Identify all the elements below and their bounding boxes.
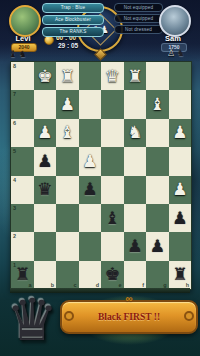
piece-bP[interactable]: ♟ — [146, 232, 169, 260]
square-a7[interactable]: 7 — [11, 90, 34, 118]
square-b7[interactable] — [34, 90, 57, 118]
square-e7[interactable] — [101, 90, 124, 118]
square-c4[interactable] — [56, 176, 79, 204]
equipment-slot-left-1[interactable]: Trap : Blue — [42, 3, 104, 13]
rank-label: 3 — [13, 205, 16, 211]
piece-wK[interactable]: ♚ — [34, 62, 57, 90]
square-e1[interactable]: e♚ — [101, 261, 124, 289]
player-name-left: Levi — [7, 34, 39, 43]
square-f4[interactable] — [124, 176, 147, 204]
piece-wR[interactable]: ♜ — [56, 62, 79, 90]
piece-wB[interactable]: ♝ — [56, 119, 79, 147]
square-g6[interactable] — [146, 119, 169, 147]
turn-banner: ∞ Black FIRST !! — [60, 300, 198, 334]
captured-tray-left: ♝♞ — [9, 49, 27, 59]
square-b6[interactable]: ♟ — [34, 119, 57, 147]
piece-bP[interactable]: ♟ — [34, 147, 57, 175]
piece-bR[interactable]: ♜ — [169, 261, 192, 289]
square-a4[interactable]: 4 — [11, 176, 34, 204]
piece-wR[interactable]: ♜ — [124, 62, 147, 90]
avatar-left[interactable] — [9, 5, 41, 37]
square-d1[interactable]: d — [79, 261, 102, 289]
square-b2[interactable] — [34, 232, 57, 260]
square-b3[interactable] — [34, 204, 57, 232]
clock-sub-time: 29 : 05 — [58, 42, 78, 49]
piece-wN[interactable]: ♞ — [124, 119, 147, 147]
rank-label: 4 — [13, 177, 16, 183]
captured-piece-icon: ♞ — [177, 48, 185, 58]
rank-label: 5 — [13, 148, 16, 154]
square-e5[interactable] — [101, 147, 124, 175]
rank-label: 2 — [13, 233, 16, 239]
piece-wP[interactable]: ♟ — [169, 119, 192, 147]
equipment-slot-left-2[interactable]: Ace Blockbuster — [42, 15, 104, 25]
square-d5[interactable]: ♟ — [79, 147, 102, 175]
equipment-slot-right-2[interactable]: Not equipped — [114, 14, 163, 23]
player-name-right: Sam — [157, 34, 189, 43]
equipment-slot-left-3[interactable]: The RANKS — [42, 27, 104, 37]
equipment-list-left: Trap : Blue Ace Blockbuster The RANKS — [42, 3, 104, 39]
square-h3[interactable]: ♟ — [169, 204, 192, 232]
square-f6[interactable]: ♞ — [124, 119, 147, 147]
square-h4[interactable]: ♟ — [169, 176, 192, 204]
square-e8[interactable]: ♛ — [101, 62, 124, 90]
square-f2[interactable]: ♟ — [124, 232, 147, 260]
square-e6[interactable] — [101, 119, 124, 147]
equipment-list-right: Not equipped Not equipped Not dressed — [114, 3, 163, 36]
piece-bP[interactable]: ♟ — [79, 176, 102, 204]
app-screen: Levi 2040 ♝♞ 60 : 00 29 : 05 ♞♟ Trap : B… — [0, 0, 200, 356]
piece-wP[interactable]: ♟ — [169, 176, 192, 204]
square-a6[interactable]: 6 — [11, 119, 34, 147]
square-a8[interactable]: 8 — [11, 62, 34, 90]
piece-bP[interactable]: ♟ — [124, 232, 147, 260]
square-h8[interactable] — [169, 62, 192, 90]
square-c2[interactable] — [56, 232, 79, 260]
piece-wP[interactable]: ♟ — [79, 147, 102, 175]
square-e3[interactable]: ♝ — [101, 204, 124, 232]
square-f5[interactable] — [124, 147, 147, 175]
square-c8[interactable]: ♜ — [56, 62, 79, 90]
captured-piece-icon: ♞ — [19, 49, 27, 59]
square-c6[interactable]: ♝ — [56, 119, 79, 147]
square-g7[interactable]: ♝ — [146, 90, 169, 118]
equipment-slot-right-3[interactable]: Not dressed — [114, 25, 163, 34]
piece-bQ[interactable]: ♛ — [34, 176, 57, 204]
square-h2[interactable] — [169, 232, 192, 260]
square-f3[interactable] — [124, 204, 147, 232]
square-c5[interactable] — [56, 147, 79, 175]
piece-wP[interactable]: ♟ — [34, 119, 57, 147]
square-g2[interactable]: ♟ — [146, 232, 169, 260]
square-d3[interactable] — [79, 204, 102, 232]
captured-piece-icon: ♙ — [167, 48, 175, 58]
square-h7[interactable] — [169, 90, 192, 118]
queen-figure-icon: ♛ — [2, 284, 62, 352]
square-a5[interactable]: 5 — [11, 147, 34, 175]
square-d7[interactable] — [79, 90, 102, 118]
square-g1[interactable]: g — [146, 261, 169, 289]
square-f8[interactable]: ♜ — [124, 62, 147, 90]
square-g4[interactable] — [146, 176, 169, 204]
captured-tray-right: ♙♞ — [167, 48, 185, 58]
square-b5[interactable]: ♟ — [34, 147, 57, 175]
rank-label: 7 — [13, 91, 16, 97]
square-g5[interactable] — [146, 147, 169, 175]
piece-wP[interactable]: ♟ — [56, 90, 79, 118]
square-g8[interactable] — [146, 62, 169, 90]
square-b4[interactable]: ♛ — [34, 176, 57, 204]
rank-label: 8 — [13, 63, 16, 69]
piece-bK[interactable]: ♚ — [101, 261, 124, 289]
square-c3[interactable] — [56, 204, 79, 232]
square-a3[interactable]: 3 — [11, 204, 34, 232]
square-g3[interactable] — [146, 204, 169, 232]
equipment-slot-right-1[interactable]: Not equipped — [114, 3, 163, 12]
chess-board: 8♚♜♛♜7♟♝6♟♝♞♟5♟♟4♛♟♟3♝♟2♟♟1a♜bcde♚fgh♜ — [10, 61, 192, 290]
square-h6[interactable]: ♟ — [169, 119, 192, 147]
piece-bP[interactable]: ♟ — [169, 204, 192, 232]
square-e4[interactable] — [101, 176, 124, 204]
square-f1[interactable]: f — [124, 261, 147, 289]
piece-bB[interactable]: ♝ — [101, 204, 124, 232]
square-c7[interactable]: ♟ — [56, 90, 79, 118]
square-d6[interactable] — [79, 119, 102, 147]
square-b8[interactable]: ♚ — [34, 62, 57, 90]
square-e2[interactable] — [101, 232, 124, 260]
piece-wQ[interactable]: ♛ — [101, 62, 124, 90]
piece-wB[interactable]: ♝ — [146, 90, 169, 118]
turn-banner-text: Black FIRST !! — [62, 302, 196, 332]
square-d2[interactable] — [79, 232, 102, 260]
square-a2[interactable]: 2 — [11, 232, 34, 260]
avatar-right[interactable] — [159, 5, 191, 37]
square-h1[interactable]: h♜ — [169, 261, 192, 289]
square-d8[interactable] — [79, 62, 102, 90]
captured-piece-icon: ♝ — [9, 49, 17, 59]
rank-label: 6 — [13, 120, 16, 126]
square-d4[interactable]: ♟ — [79, 176, 102, 204]
square-h5[interactable] — [169, 147, 192, 175]
square-f7[interactable] — [124, 90, 147, 118]
